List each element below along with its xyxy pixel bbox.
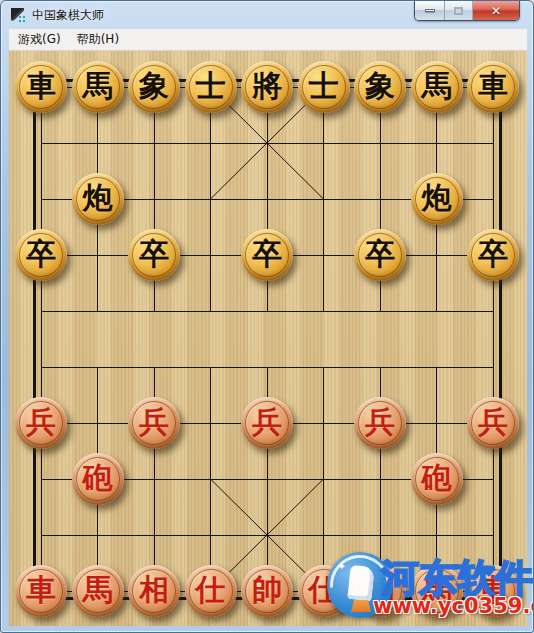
intersection-i4[interactable]: 兵 [465, 395, 522, 451]
intersection-f9[interactable] [295, 115, 352, 171]
piece-black-chariot[interactable]: 車 [15, 61, 67, 113]
intersection-f3[interactable] [295, 451, 352, 507]
menubar: 游戏(G) 帮助(H) [9, 29, 527, 51]
menu-help[interactable]: 帮助(H) [70, 29, 126, 50]
intersection-i7[interactable]: 卒 [465, 227, 522, 283]
piece-character: 車 [26, 575, 56, 605]
xiangqi-board[interactable]: 車馬象士將士象馬車炮炮卒卒卒卒卒兵兵兵兵兵砲砲車馬相仕帥仕相馬車 [9, 51, 527, 626]
intersection-g2[interactable] [352, 507, 409, 563]
intersection-i8[interactable] [465, 171, 522, 227]
intersection-g9[interactable] [352, 115, 409, 171]
piece-character: 馬 [422, 575, 452, 605]
intersection-f1[interactable]: 仕 [295, 563, 352, 619]
piece-character: 相 [139, 575, 169, 605]
intersection-d10[interactable]: 士 [182, 59, 239, 115]
intersection-d8[interactable] [182, 171, 239, 227]
close-button[interactable]: ✕ [473, 1, 519, 20]
intersection-h1[interactable]: 馬 [408, 563, 465, 619]
piece-character: 兵 [365, 407, 395, 437]
piece-red-chariot[interactable]: 車 [15, 565, 67, 617]
intersection-g4[interactable]: 兵 [352, 395, 409, 451]
intersection-g8[interactable] [352, 171, 409, 227]
piece-red-cannon[interactable]: 砲 [411, 453, 463, 505]
menu-game[interactable]: 游戏(G) [11, 29, 68, 50]
piece-red-elephant[interactable]: 相 [128, 565, 180, 617]
piece-black-chariot[interactable]: 車 [467, 61, 519, 113]
piece-black-horse[interactable]: 馬 [411, 61, 463, 113]
intersection-g3[interactable] [352, 451, 409, 507]
intersection-d5[interactable] [182, 339, 239, 395]
intersection-i9[interactable] [465, 115, 522, 171]
piece-red-soldier[interactable]: 兵 [241, 397, 293, 449]
intersection-c5[interactable] [126, 339, 183, 395]
piece-character: 炮 [83, 183, 113, 213]
intersection-b2[interactable] [69, 507, 126, 563]
piece-red-soldier[interactable]: 兵 [467, 397, 519, 449]
piece-character: 士 [196, 71, 226, 101]
intersection-d2[interactable] [182, 507, 239, 563]
piece-character: 兵 [26, 407, 56, 437]
intersection-b7[interactable] [69, 227, 126, 283]
intersection-f8[interactable] [295, 171, 352, 227]
piece-character: 馬 [422, 71, 452, 101]
intersection-h5[interactable] [408, 339, 465, 395]
piece-character: 車 [478, 575, 508, 605]
intersection-i6[interactable] [465, 283, 522, 339]
intersection-e9[interactable] [239, 115, 296, 171]
piece-black-advisor[interactable]: 士 [185, 61, 237, 113]
intersection-i10[interactable]: 車 [465, 59, 522, 115]
close-icon: ✕ [491, 5, 501, 17]
piece-red-soldier[interactable]: 兵 [128, 397, 180, 449]
intersection-b6[interactable] [69, 283, 126, 339]
piece-character: 炮 [422, 183, 452, 213]
intersection-c9[interactable] [126, 115, 183, 171]
dots-icon [18, 15, 27, 24]
intersection-h3[interactable]: 砲 [408, 451, 465, 507]
intersection-i1[interactable]: 車 [465, 563, 522, 619]
maximize-icon [454, 7, 463, 15]
intersection-d3[interactable] [182, 451, 239, 507]
intersection-a8[interactable] [13, 171, 70, 227]
piece-character: 砲 [422, 463, 452, 493]
window-controls: ✕ [414, 1, 520, 21]
intersection-g1[interactable]: 相 [352, 563, 409, 619]
intersection-c4[interactable]: 兵 [126, 395, 183, 451]
intersection-d4[interactable] [182, 395, 239, 451]
piece-red-horse[interactable]: 馬 [411, 565, 463, 617]
intersection-f10[interactable]: 士 [295, 59, 352, 115]
piece-character: 兵 [139, 407, 169, 437]
window-title: 中国象棋大师 [32, 7, 104, 24]
intersection-a9[interactable] [13, 115, 70, 171]
intersection-g6[interactable] [352, 283, 409, 339]
piece-black-soldier[interactable]: 卒 [354, 229, 406, 281]
piece-character: 將 [252, 71, 282, 101]
intersection-i5[interactable] [465, 339, 522, 395]
intersection-a5[interactable] [13, 339, 70, 395]
piece-character: 卒 [365, 239, 395, 269]
intersection-a3[interactable] [13, 451, 70, 507]
piece-character: 仕 [196, 575, 226, 605]
minimize-icon [425, 9, 435, 12]
piece-black-elephant[interactable]: 象 [354, 61, 406, 113]
intersection-f5[interactable] [295, 339, 352, 395]
intersection-e1[interactable]: 帥 [239, 563, 296, 619]
piece-red-chariot[interactable]: 車 [467, 565, 519, 617]
piece-character: 卒 [252, 239, 282, 269]
piece-red-soldier[interactable]: 兵 [354, 397, 406, 449]
intersection-d1[interactable]: 仕 [182, 563, 239, 619]
intersection-e6[interactable] [239, 283, 296, 339]
intersection-a6[interactable] [13, 283, 70, 339]
intersection-h6[interactable] [408, 283, 465, 339]
titlebar: 中国象棋大师 ✕ [1, 1, 533, 29]
intersection-f4[interactable] [295, 395, 352, 451]
piece-black-soldier[interactable]: 卒 [467, 229, 519, 281]
intersection-c6[interactable] [126, 283, 183, 339]
piece-black-advisor[interactable]: 士 [298, 61, 350, 113]
intersection-e7[interactable]: 卒 [239, 227, 296, 283]
piece-red-elephant[interactable]: 相 [354, 565, 406, 617]
piece-black-soldier[interactable]: 卒 [15, 229, 67, 281]
piece-character: 仕 [309, 575, 339, 605]
intersection-b4[interactable] [69, 395, 126, 451]
intersection-h4[interactable] [408, 395, 465, 451]
intersection-a4[interactable]: 兵 [13, 395, 70, 451]
piece-red-advisor[interactable]: 仕 [185, 565, 237, 617]
intersection-f2[interactable] [295, 507, 352, 563]
piece-character: 車 [26, 71, 56, 101]
piece-red-cannon[interactable]: 砲 [72, 453, 124, 505]
piece-character: 砲 [83, 463, 113, 493]
piece-character: 卒 [26, 239, 56, 269]
intersection-b5[interactable] [69, 339, 126, 395]
intersection-c7[interactable]: 卒 [126, 227, 183, 283]
intersection-a1[interactable]: 車 [13, 563, 70, 619]
intersection-d7[interactable] [182, 227, 239, 283]
intersection-h7[interactable] [408, 227, 465, 283]
piece-character: 象 [365, 71, 395, 101]
piece-character: 兵 [252, 407, 282, 437]
piece-character: 車 [478, 71, 508, 101]
intersection-a10[interactable]: 車 [13, 59, 70, 115]
intersection-b1[interactable]: 馬 [69, 563, 126, 619]
piece-character: 帥 [252, 575, 282, 605]
intersection-h10[interactable]: 馬 [408, 59, 465, 115]
intersection-g10[interactable]: 象 [352, 59, 409, 115]
piece-character: 象 [139, 71, 169, 101]
intersection-b9[interactable] [69, 115, 126, 171]
piece-character: 士 [309, 71, 339, 101]
intersection-b10[interactable]: 馬 [69, 59, 126, 115]
piece-character: 兵 [478, 407, 508, 437]
intersection-e10[interactable]: 將 [239, 59, 296, 115]
piece-black-horse[interactable]: 馬 [72, 61, 124, 113]
intersection-e4[interactable]: 兵 [239, 395, 296, 451]
intersection-e8[interactable] [239, 171, 296, 227]
board-intersections: 車馬象士將士象馬車炮炮卒卒卒卒卒兵兵兵兵兵砲砲車馬相仕帥仕相馬車 [13, 59, 522, 619]
intersection-b3[interactable]: 砲 [69, 451, 126, 507]
app-window: 中国象棋大师 ✕ 游戏(G) 帮助(H) 車馬象士將士象馬車炮炮卒卒卒卒卒兵兵兵… [0, 0, 534, 633]
intersection-e3[interactable] [239, 451, 296, 507]
intersection-h8[interactable]: 炮 [408, 171, 465, 227]
intersection-a7[interactable]: 卒 [13, 227, 70, 283]
intersection-h9[interactable] [408, 115, 465, 171]
intersection-b8[interactable]: 炮 [69, 171, 126, 227]
intersection-c8[interactable] [126, 171, 183, 227]
piece-black-cannon[interactable]: 炮 [72, 173, 124, 225]
piece-black-general[interactable]: 將 [241, 61, 293, 113]
piece-black-cannon[interactable]: 炮 [411, 173, 463, 225]
intersection-c1[interactable]: 相 [126, 563, 183, 619]
intersection-f7[interactable] [295, 227, 352, 283]
intersection-e2[interactable] [239, 507, 296, 563]
intersection-a2[interactable] [13, 507, 70, 563]
intersection-c10[interactable]: 象 [126, 59, 183, 115]
maximize-button[interactable] [445, 1, 473, 20]
app-icon [10, 7, 27, 24]
intersection-c3[interactable] [126, 451, 183, 507]
piece-red-general[interactable]: 帥 [241, 565, 293, 617]
intersection-g7[interactable]: 卒 [352, 227, 409, 283]
intersection-d9[interactable] [182, 115, 239, 171]
intersection-i2[interactable] [465, 507, 522, 563]
intersection-e5[interactable] [239, 339, 296, 395]
piece-black-soldier[interactable]: 卒 [128, 229, 180, 281]
piece-red-soldier[interactable]: 兵 [15, 397, 67, 449]
piece-character: 相 [365, 575, 395, 605]
intersection-d6[interactable] [182, 283, 239, 339]
piece-character: 卒 [139, 239, 169, 269]
intersection-f6[interactable] [295, 283, 352, 339]
piece-character: 馬 [83, 71, 113, 101]
intersection-i3[interactable] [465, 451, 522, 507]
piece-black-elephant[interactable]: 象 [128, 61, 180, 113]
piece-red-advisor[interactable]: 仕 [298, 565, 350, 617]
intersection-c2[interactable] [126, 507, 183, 563]
intersection-h2[interactable] [408, 507, 465, 563]
minimize-button[interactable] [415, 1, 445, 20]
piece-black-soldier[interactable]: 卒 [241, 229, 293, 281]
intersection-g5[interactable] [352, 339, 409, 395]
piece-character: 馬 [83, 575, 113, 605]
piece-character: 卒 [478, 239, 508, 269]
piece-red-horse[interactable]: 馬 [72, 565, 124, 617]
